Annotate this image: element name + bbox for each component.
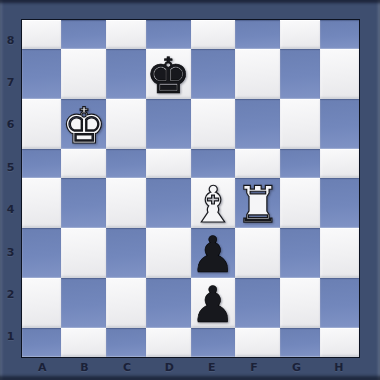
square-e8[interactable] xyxy=(191,20,236,49)
square-h2[interactable] xyxy=(320,278,359,328)
piece-black-king-d7[interactable]: ♚ xyxy=(146,51,191,101)
square-g1[interactable] xyxy=(280,328,319,357)
square-b2[interactable] xyxy=(61,278,106,328)
piece-white-bishop-e4[interactable]: ♝ xyxy=(191,180,236,230)
square-c2[interactable] xyxy=(106,278,145,328)
rank-label-5: 5 xyxy=(0,146,21,188)
square-e5[interactable] xyxy=(191,149,236,178)
rank-label-7: 7 xyxy=(0,61,21,103)
square-e3[interactable]: ♟ xyxy=(191,228,236,278)
square-b7[interactable] xyxy=(61,49,106,99)
square-d8[interactable] xyxy=(146,20,191,49)
rank-label-6: 6 xyxy=(0,104,21,146)
square-a1[interactable] xyxy=(22,328,61,357)
rank-label-1: 1 xyxy=(0,316,21,358)
square-g6[interactable] xyxy=(280,99,319,149)
square-d1[interactable] xyxy=(146,328,191,357)
square-h6[interactable] xyxy=(320,99,359,149)
square-h8[interactable] xyxy=(320,20,359,49)
file-label-f: F xyxy=(233,358,275,377)
square-h1[interactable] xyxy=(320,328,359,357)
rank-label-8: 8 xyxy=(0,19,21,61)
square-c8[interactable] xyxy=(106,20,145,49)
square-c6[interactable] xyxy=(106,99,145,149)
square-a5[interactable] xyxy=(22,149,61,178)
rank-label-3: 3 xyxy=(0,231,21,273)
square-b4[interactable] xyxy=(61,178,106,228)
square-f6[interactable] xyxy=(235,99,280,149)
square-e7[interactable] xyxy=(191,49,236,99)
square-f7[interactable] xyxy=(235,49,280,99)
file-label-h: H xyxy=(318,358,360,377)
square-g3[interactable] xyxy=(280,228,319,278)
square-f4[interactable]: ♜ xyxy=(235,178,280,228)
square-c4[interactable] xyxy=(106,178,145,228)
file-label-c: C xyxy=(106,358,148,377)
rank-labels: 87654321 xyxy=(0,19,21,358)
square-d6[interactable] xyxy=(146,99,191,149)
piece-white-king-b6[interactable]: ♚ xyxy=(61,101,106,151)
rank-label-4: 4 xyxy=(0,189,21,231)
square-f3[interactable] xyxy=(235,228,280,278)
square-c5[interactable] xyxy=(106,149,145,178)
square-d2[interactable] xyxy=(146,278,191,328)
square-d7[interactable]: ♚ xyxy=(146,49,191,99)
square-g7[interactable] xyxy=(280,49,319,99)
square-g5[interactable] xyxy=(280,149,319,178)
square-a8[interactable] xyxy=(22,20,61,49)
file-label-b: B xyxy=(63,358,105,377)
square-b1[interactable] xyxy=(61,328,106,357)
square-d5[interactable] xyxy=(146,149,191,178)
square-e6[interactable] xyxy=(191,99,236,149)
chessboard[interactable]: ♚♚♝♜♟♟ xyxy=(21,19,360,358)
square-f5[interactable] xyxy=(235,149,280,178)
square-b5[interactable] xyxy=(61,149,106,178)
square-e2[interactable]: ♟ xyxy=(191,278,236,328)
square-f1[interactable] xyxy=(235,328,280,357)
square-f2[interactable] xyxy=(235,278,280,328)
square-b3[interactable] xyxy=(61,228,106,278)
piece-black-pawn-e2[interactable]: ♟ xyxy=(191,280,236,330)
square-c3[interactable] xyxy=(106,228,145,278)
file-label-e: E xyxy=(191,358,233,377)
piece-black-pawn-e3[interactable]: ♟ xyxy=(191,230,236,280)
square-c7[interactable] xyxy=(106,49,145,99)
square-b8[interactable] xyxy=(61,20,106,49)
square-a4[interactable] xyxy=(22,178,61,228)
square-g8[interactable] xyxy=(280,20,319,49)
square-a7[interactable] xyxy=(22,49,61,99)
square-c1[interactable] xyxy=(106,328,145,357)
file-labels: ABCDEFGH xyxy=(21,358,360,377)
square-b6[interactable]: ♚ xyxy=(61,99,106,149)
square-g2[interactable] xyxy=(280,278,319,328)
square-a6[interactable] xyxy=(22,99,61,149)
square-h7[interactable] xyxy=(320,49,359,99)
chessboard-frame: 87654321 ♚♚♝♜♟♟ ABCDEFGH xyxy=(0,0,380,380)
square-f8[interactable] xyxy=(235,20,280,49)
file-label-g: G xyxy=(275,358,317,377)
square-d4[interactable] xyxy=(146,178,191,228)
square-d3[interactable] xyxy=(146,228,191,278)
square-a3[interactable] xyxy=(22,228,61,278)
file-label-a: A xyxy=(21,358,63,377)
rank-label-2: 2 xyxy=(0,273,21,315)
square-h4[interactable] xyxy=(320,178,359,228)
square-h3[interactable] xyxy=(320,228,359,278)
piece-white-rook-f4[interactable]: ♜ xyxy=(235,180,280,230)
square-g4[interactable] xyxy=(280,178,319,228)
square-e4[interactable]: ♝ xyxy=(191,178,236,228)
file-label-d: D xyxy=(148,358,190,377)
square-e1[interactable] xyxy=(191,328,236,357)
square-a2[interactable] xyxy=(22,278,61,328)
square-h5[interactable] xyxy=(320,149,359,178)
